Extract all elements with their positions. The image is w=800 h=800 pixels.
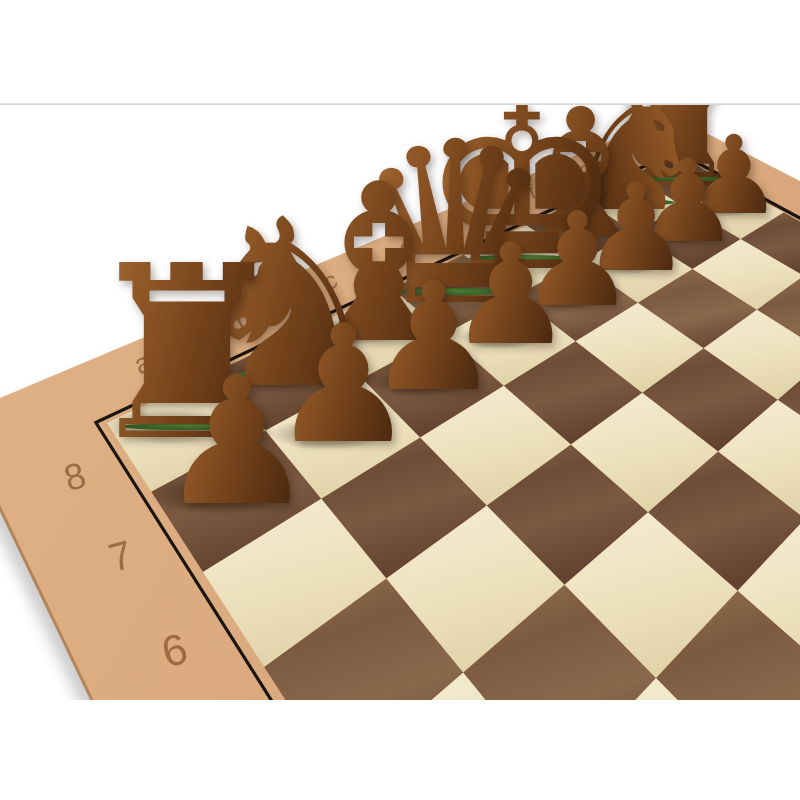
product-photo-page: abcdefgh87654321 ♜♞♟♝♟♚♟♛♟♝♟♞♟♜♟♟ xyxy=(0,0,800,800)
chessboard-photo: abcdefgh87654321 ♜♞♟♝♟♚♟♛♟♝♟♞♟♜♟♟ xyxy=(0,105,800,700)
piece-black-pawn-a7[interactable]: ♟ xyxy=(148,353,325,495)
pieces-layer: ♜♞♟♝♟♚♟♛♟♝♟♞♟♜♟♟ xyxy=(0,105,800,700)
black-pawn-icon: ♟ xyxy=(148,353,325,530)
